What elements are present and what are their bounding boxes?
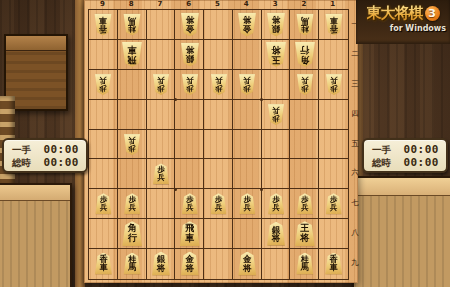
board-square[interactable] xyxy=(147,40,176,70)
board-square[interactable] xyxy=(319,219,348,249)
board-square[interactable] xyxy=(204,130,233,160)
piece-kanji: 飛 xyxy=(128,54,137,64)
right-clock-move-time: 00:00 xyxy=(403,143,439,156)
piece-kanji: 行 xyxy=(300,45,309,55)
board-square[interactable] xyxy=(262,70,291,100)
right-clock-panel: 一手 00:00 総時 00:00 xyxy=(362,138,448,173)
board-square[interactable] xyxy=(147,10,176,40)
logo-version-badge: 3 xyxy=(425,6,440,21)
board-square[interactable] xyxy=(204,159,233,189)
piece-kanji: 行 xyxy=(128,233,137,243)
file-label-8: 8 xyxy=(117,0,146,9)
board-square[interactable] xyxy=(147,130,176,160)
board-square[interactable] xyxy=(175,100,204,130)
rank-label-9: 九 xyxy=(350,248,360,278)
todai-shogi-window: 987654321 一二三四五六七八九 香車桂馬金将金将銀将桂馬香車飛車銀将玉将… xyxy=(0,0,450,287)
left-clock-move-time: 00:00 xyxy=(43,143,79,156)
rank-labels: 一二三四五六七八九 xyxy=(350,9,360,278)
piece-kanji: 将 xyxy=(185,45,194,54)
app-logo: 東大将棋 3 for Windows xyxy=(358,4,448,33)
board-square[interactable] xyxy=(147,189,176,219)
board-square[interactable] xyxy=(290,159,319,189)
board-square[interactable] xyxy=(290,130,319,160)
rank-label-3: 三 xyxy=(350,69,360,99)
board-square[interactable] xyxy=(233,100,262,130)
shogi-board: 987654321 一二三四五六七八九 香車桂馬金将金将銀将桂馬香車飛車銀将玉将… xyxy=(84,0,358,283)
board-square[interactable] xyxy=(319,100,348,130)
piece-kanji: 将 xyxy=(157,263,166,272)
piece-kanji: 兵 xyxy=(186,76,194,84)
piece-stand-top-face xyxy=(0,185,70,201)
piece-kanji: 馬 xyxy=(301,16,309,25)
board-square[interactable] xyxy=(118,159,147,189)
piece-kanji: 角 xyxy=(300,54,309,64)
rank-label-5: 五 xyxy=(350,129,360,159)
left-clock-move-label: 一手 xyxy=(12,143,43,156)
board-square[interactable] xyxy=(175,130,204,160)
file-label-6: 6 xyxy=(174,0,203,9)
piece-kanji: 兵 xyxy=(100,204,108,212)
file-label-3: 3 xyxy=(261,0,290,9)
piece-kanji: 兵 xyxy=(215,204,223,212)
file-label-7: 7 xyxy=(146,0,175,9)
piece-kanji: 兵 xyxy=(128,136,136,144)
piece-kanji: 将 xyxy=(272,45,281,55)
left-clock-panel: 一手 00:00 総時 00:00 xyxy=(2,138,88,173)
board-square[interactable] xyxy=(89,130,118,160)
piece-kanji: 玉 xyxy=(272,54,281,64)
piece-kanji: 兵 xyxy=(215,76,223,84)
file-label-2: 2 xyxy=(289,0,318,9)
logo-title: 東大将棋 xyxy=(367,4,423,23)
piece-kanji: 兵 xyxy=(244,204,252,212)
board-square[interactable] xyxy=(233,159,262,189)
piece-kanji: 車 xyxy=(330,263,338,272)
board-square[interactable] xyxy=(175,159,204,189)
wooden-box-top-face xyxy=(6,36,66,51)
board-square[interactable] xyxy=(204,249,233,279)
left-clock-total-time: 00:00 xyxy=(43,156,79,169)
board-square[interactable] xyxy=(204,219,233,249)
piece-kanji: 兵 xyxy=(330,76,338,84)
file-label-4: 4 xyxy=(232,0,261,9)
board-square[interactable] xyxy=(89,40,118,70)
piece-kanji: 兵 xyxy=(272,204,280,212)
rank-label-4: 四 xyxy=(350,99,360,129)
piece-kanji: 兵 xyxy=(272,106,280,114)
piece-kanji: 兵 xyxy=(100,76,108,84)
board-square[interactable] xyxy=(319,159,348,189)
board-square[interactable] xyxy=(262,130,291,160)
board-square[interactable] xyxy=(204,10,233,40)
rank-label-8: 八 xyxy=(350,218,360,248)
piece-kanji: 兵 xyxy=(186,204,194,212)
star-point xyxy=(260,188,263,191)
piece-kanji: 車 xyxy=(330,16,338,25)
piece-kanji: 兵 xyxy=(244,76,252,84)
file-label-5: 5 xyxy=(203,0,232,9)
piece-stand-top-face xyxy=(354,178,450,196)
piece-kanji: 将 xyxy=(300,233,309,243)
piece-kanji: 車 xyxy=(99,263,107,272)
left-clock-total-label: 総時 xyxy=(12,156,43,169)
piece-kanji: 車 xyxy=(99,16,107,25)
piece-kanji: 馬 xyxy=(128,16,136,25)
board-square[interactable] xyxy=(204,100,233,130)
piece-kanji: 兵 xyxy=(330,204,338,212)
board-square[interactable] xyxy=(233,219,262,249)
board-square[interactable] xyxy=(233,40,262,70)
right-clock-move-label: 一手 xyxy=(372,143,403,156)
piece-kanji: 将 xyxy=(243,16,252,25)
piece-kanji: 兵 xyxy=(301,76,309,84)
file-label-1: 1 xyxy=(318,0,347,9)
board-square[interactable] xyxy=(204,40,233,70)
piece-kanji: 将 xyxy=(243,263,252,272)
file-labels: 987654321 xyxy=(88,0,347,9)
file-label-9: 9 xyxy=(88,0,117,9)
piece-kanji: 将 xyxy=(272,16,281,25)
piece-kanji: 将 xyxy=(185,16,194,25)
piece-stand-gote[interactable] xyxy=(352,176,450,287)
piece-kanji: 兵 xyxy=(301,204,309,212)
rank-label-6: 六 xyxy=(350,158,360,188)
board-square[interactable] xyxy=(262,249,291,279)
board-square[interactable] xyxy=(147,219,176,249)
piece-kanji: 馬 xyxy=(128,263,136,272)
board-square[interactable] xyxy=(89,159,118,189)
piece-kanji: 車 xyxy=(185,233,194,243)
piece-kanji: 兵 xyxy=(157,174,165,182)
board-square[interactable] xyxy=(319,40,348,70)
board-square[interactable] xyxy=(233,130,262,160)
star-point xyxy=(174,188,177,191)
piece-kanji: 馬 xyxy=(301,263,309,272)
piece-kanji: 将 xyxy=(272,233,281,242)
right-clock-total-label: 総時 xyxy=(372,156,403,169)
board-square[interactable] xyxy=(290,100,319,130)
rank-label-7: 七 xyxy=(350,188,360,218)
piece-kanji: 将 xyxy=(185,263,194,272)
board-square[interactable] xyxy=(118,100,147,130)
piece-kanji: 兵 xyxy=(157,76,165,84)
board-square[interactable] xyxy=(319,130,348,160)
piece-stand-sente[interactable] xyxy=(0,183,72,287)
right-clock-total-time: 00:00 xyxy=(403,156,439,169)
board-square[interactable] xyxy=(118,70,147,100)
piece-kanji: 兵 xyxy=(128,204,136,212)
star-point xyxy=(174,98,177,101)
board-square[interactable] xyxy=(89,100,118,130)
board-square[interactable] xyxy=(262,159,291,189)
logo-subtitle: for Windows xyxy=(358,24,448,33)
board-square[interactable] xyxy=(147,100,176,130)
board-square[interactable] xyxy=(89,219,118,249)
piece-kanji: 車 xyxy=(128,45,137,55)
